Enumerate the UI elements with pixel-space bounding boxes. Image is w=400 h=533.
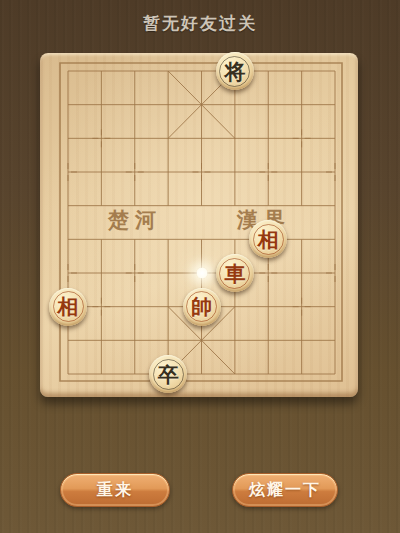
board-grid	[40, 53, 358, 397]
restart-button[interactable]: 重来	[60, 473, 170, 507]
piece-character: 卒	[158, 364, 179, 385]
piece-character: 相	[58, 296, 79, 317]
piece-red-相[interactable]: 相	[249, 220, 287, 258]
piece-red-帥[interactable]: 帥	[183, 288, 221, 326]
piece-character: 相	[258, 229, 279, 250]
xiangqi-board[interactable]: 楚河 漢界 将相車帥相卒	[40, 53, 358, 397]
move-origin-highlight	[196, 267, 208, 279]
piece-character: 将	[224, 61, 245, 82]
piece-character: 帥	[191, 296, 212, 317]
piece-red-相[interactable]: 相	[49, 288, 87, 326]
showoff-button[interactable]: 炫耀一下	[232, 473, 338, 507]
page-title: 暂无好友过关	[0, 12, 400, 35]
piece-black-卒[interactable]: 卒	[149, 355, 187, 393]
river-label-left: 楚河	[108, 206, 162, 234]
piece-character: 車	[224, 263, 245, 284]
piece-red-車[interactable]: 車	[216, 254, 254, 292]
piece-black-将[interactable]: 将	[216, 52, 254, 90]
